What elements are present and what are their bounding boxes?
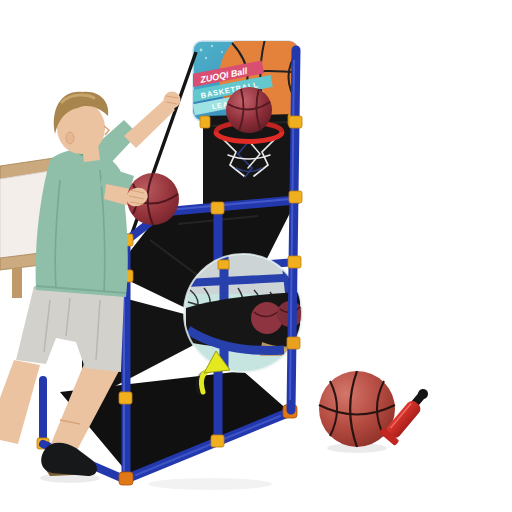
arcade-basketball-scene: ZUOQI Ball BASKETBALL LEAGUE — [0, 0, 512, 512]
boy-left-hand — [164, 92, 181, 109]
boy-shoe — [41, 443, 97, 476]
product-photo-stage: ZUOQI Ball BASKETBALL LEAGUE — [0, 0, 512, 512]
floor-shadow — [148, 478, 272, 490]
board-clamp-left — [200, 116, 210, 128]
boy-shorts — [16, 286, 124, 372]
boy-left-forearm — [124, 100, 175, 148]
boy-left-leg — [0, 360, 40, 444]
spare-basketball — [319, 371, 395, 453]
inset-magnifier — [184, 254, 304, 372]
